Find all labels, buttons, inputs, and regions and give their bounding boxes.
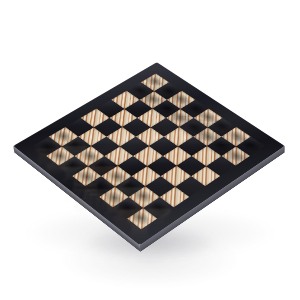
piece-reflection-glyph: ♜ bbox=[106, 214, 174, 247]
perspective-wrapper: ♜♞♝♛♚♝♞♜♟♟♟♟♟♟♟♟♟♟♟♟♟♟♟♟♜♞♝♛♚♝♞♜♜♞♝♛♚♝♞♜… bbox=[0, 0, 300, 300]
chess-set-product-photo: ♜♞♝♛♚♝♞♜♟♟♟♟♟♟♟♟♟♟♟♟♟♟♟♟♜♞♝♛♚♝♞♜♜♞♝♛♚♝♞♜… bbox=[0, 0, 300, 300]
chess-board: ♜♞♝♛♚♝♞♜♟♟♟♟♟♟♟♟♟♟♟♟♟♟♟♟♜♞♝♛♚♝♞♜♜♞♝♛♚♝♞♜… bbox=[13, 62, 285, 245]
white-rook-glyph: ♜ bbox=[109, 177, 173, 222]
piece-reflection-glyph: ♟ bbox=[205, 153, 267, 179]
black-pawn-glyph: ♟ bbox=[206, 121, 267, 159]
